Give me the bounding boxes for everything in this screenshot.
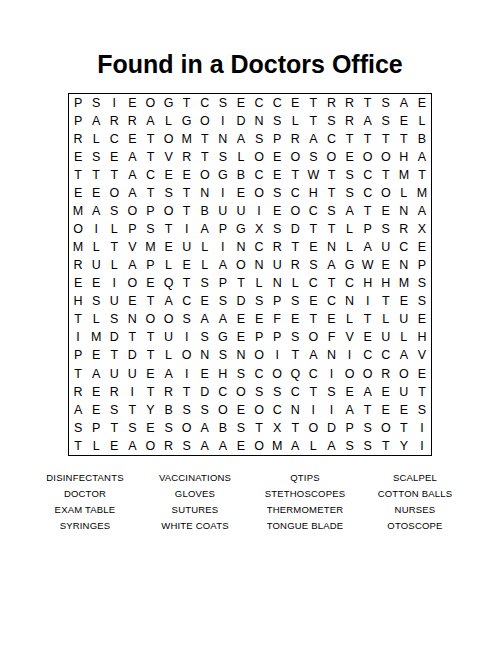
grid-cell-r18c11[interactable]: O <box>250 401 268 419</box>
grid-cell-r16c2[interactable]: A <box>87 365 105 383</box>
grid-cell-r14c2[interactable]: M <box>87 329 105 347</box>
grid-cell-r6c13[interactable]: C <box>286 184 304 202</box>
grid-cell-r19c15[interactable]: D <box>322 419 340 437</box>
grid-cell-r4c10[interactable]: L <box>232 148 250 166</box>
grid-cell-r3c16[interactable]: T <box>341 130 359 148</box>
grid-cell-r15c9[interactable]: S <box>214 347 232 365</box>
grid-cell-r2c12[interactable]: S <box>268 112 286 130</box>
grid-cell-r7c19[interactable]: N <box>395 202 413 220</box>
grid-cell-r10c11[interactable]: N <box>250 256 268 274</box>
grid-cell-r18c2[interactable]: E <box>87 401 105 419</box>
grid-cell-r12c15[interactable]: C <box>322 293 340 311</box>
grid-cell-r11c9[interactable]: P <box>214 274 232 292</box>
grid-cell-r2c18[interactable]: S <box>377 112 395 130</box>
grid-cell-r14c7[interactable]: I <box>178 329 196 347</box>
grid-cell-r16c8[interactable]: E <box>196 365 214 383</box>
grid-cell-r17c20[interactable]: T <box>413 383 431 401</box>
grid-cell-r13c2[interactable]: L <box>87 311 105 329</box>
grid-cell-r5c16[interactable]: S <box>341 166 359 184</box>
grid-cell-r17c8[interactable]: D <box>196 383 214 401</box>
grid-cell-r15c3[interactable]: T <box>105 347 123 365</box>
grid-cell-r15c17[interactable]: C <box>359 347 377 365</box>
grid-cell-r18c10[interactable]: E <box>232 401 250 419</box>
grid-cell-r3c11[interactable]: S <box>250 130 268 148</box>
grid-cell-r4c1[interactable]: E <box>69 148 87 166</box>
grid-cell-r20c15[interactable]: A <box>322 437 340 455</box>
grid-cell-r13c11[interactable]: E <box>250 311 268 329</box>
grid-cell-r12c7[interactable]: C <box>178 293 196 311</box>
grid-cell-r20c4[interactable]: A <box>123 437 141 455</box>
grid-cell-r7c2[interactable]: A <box>87 202 105 220</box>
grid-cell-r8c6[interactable]: T <box>160 220 178 238</box>
grid-cell-r12c5[interactable]: T <box>141 293 159 311</box>
grid-cell-r13c19[interactable]: U <box>395 311 413 329</box>
grid-cell-r9c7[interactable]: U <box>178 238 196 256</box>
grid-cell-r9c2[interactable]: L <box>87 238 105 256</box>
grid-cell-r8c13[interactable]: D <box>286 220 304 238</box>
grid-cell-r2c19[interactable]: E <box>395 112 413 130</box>
grid-cell-r7c16[interactable]: A <box>341 202 359 220</box>
grid-cell-r11c16[interactable]: C <box>341 274 359 292</box>
grid-cell-r4c11[interactable]: O <box>250 148 268 166</box>
grid-cell-r2c16[interactable]: R <box>341 112 359 130</box>
grid-cell-r15c16[interactable]: I <box>341 347 359 365</box>
grid-cell-r16c19[interactable]: O <box>395 365 413 383</box>
grid-cell-r18c18[interactable]: E <box>377 401 395 419</box>
grid-cell-r20c6[interactable]: R <box>160 437 178 455</box>
grid-cell-r10c8[interactable]: L <box>196 256 214 274</box>
grid-cell-r18c6[interactable]: B <box>160 401 178 419</box>
grid-cell-r18c20[interactable]: S <box>413 401 431 419</box>
grid-cell-r18c1[interactable]: A <box>69 401 87 419</box>
grid-cell-r15c5[interactable]: T <box>141 347 159 365</box>
grid-cell-r16c5[interactable]: E <box>141 365 159 383</box>
grid-cell-r20c10[interactable]: E <box>232 437 250 455</box>
grid-cell-r19c16[interactable]: P <box>341 419 359 437</box>
grid-cell-r14c1[interactable]: I <box>69 329 87 347</box>
grid-cell-r4c19[interactable]: H <box>395 148 413 166</box>
grid-cell-r16c11[interactable]: C <box>250 365 268 383</box>
grid-cell-r6c9[interactable]: I <box>214 184 232 202</box>
grid-cell-r2c4[interactable]: R <box>123 112 141 130</box>
grid-cell-r9c13[interactable]: T <box>286 238 304 256</box>
grid-cell-r17c4[interactable]: I <box>123 383 141 401</box>
grid-cell-r10c19[interactable]: N <box>395 256 413 274</box>
grid-cell-r13c20[interactable]: E <box>413 311 431 329</box>
grid-cell-r11c10[interactable]: T <box>232 274 250 292</box>
grid-cell-r6c20[interactable]: M <box>413 184 431 202</box>
grid-cell-r3c2[interactable]: L <box>87 130 105 148</box>
grid-cell-r8c17[interactable]: P <box>359 220 377 238</box>
grid-cell-r16c6[interactable]: A <box>160 365 178 383</box>
grid-cell-r19c9[interactable]: B <box>214 419 232 437</box>
grid-cell-r20c16[interactable]: S <box>341 437 359 455</box>
grid-cell-r20c18[interactable]: T <box>377 437 395 455</box>
grid-cell-r19c1[interactable]: S <box>69 419 87 437</box>
grid-cell-r15c2[interactable]: E <box>87 347 105 365</box>
grid-cell-r8c10[interactable]: G <box>232 220 250 238</box>
grid-cell-r5c4[interactable]: A <box>123 166 141 184</box>
grid-cell-r5c12[interactable]: E <box>268 166 286 184</box>
grid-cell-r17c3[interactable]: R <box>105 383 123 401</box>
grid-cell-r2c11[interactable]: N <box>250 112 268 130</box>
grid-cell-r7c15[interactable]: S <box>322 202 340 220</box>
grid-cell-r12c12[interactable]: P <box>268 293 286 311</box>
grid-cell-r10c3[interactable]: L <box>105 256 123 274</box>
grid-cell-r13c16[interactable]: L <box>341 311 359 329</box>
grid-cell-r9c11[interactable]: C <box>250 238 268 256</box>
grid-cell-r7c11[interactable]: I <box>250 202 268 220</box>
grid-cell-r1c15[interactable]: R <box>322 94 340 112</box>
grid-cell-r12c8[interactable]: E <box>196 293 214 311</box>
grid-cell-r4c20[interactable]: A <box>413 148 431 166</box>
grid-cell-r17c12[interactable]: S <box>268 383 286 401</box>
grid-cell-r9c8[interactable]: L <box>196 238 214 256</box>
grid-cell-r20c7[interactable]: S <box>178 437 196 455</box>
grid-cell-r7c6[interactable]: O <box>160 202 178 220</box>
grid-cell-r2c7[interactable]: G <box>178 112 196 130</box>
grid-cell-r6c14[interactable]: H <box>304 184 322 202</box>
grid-cell-r9c6[interactable]: E <box>160 238 178 256</box>
grid-cell-r12c11[interactable]: S <box>250 293 268 311</box>
grid-cell-r4c14[interactable]: S <box>304 148 322 166</box>
grid-cell-r3c4[interactable]: E <box>123 130 141 148</box>
grid-cell-r11c14[interactable]: C <box>304 274 322 292</box>
grid-cell-r18c8[interactable]: S <box>196 401 214 419</box>
grid-cell-r4c8[interactable]: T <box>196 148 214 166</box>
grid-cell-r19c7[interactable]: O <box>178 419 196 437</box>
grid-cell-r17c18[interactable]: E <box>377 383 395 401</box>
grid-cell-r8c2[interactable]: I <box>87 220 105 238</box>
grid-cell-r2c8[interactable]: O <box>196 112 214 130</box>
grid-cell-r14c8[interactable]: S <box>196 329 214 347</box>
grid-cell-r8c19[interactable]: R <box>395 220 413 238</box>
grid-cell-r13c13[interactable]: E <box>286 311 304 329</box>
grid-cell-r8c20[interactable]: X <box>413 220 431 238</box>
grid-cell-r12c17[interactable]: I <box>359 293 377 311</box>
grid-cell-r13c12[interactable]: F <box>268 311 286 329</box>
grid-cell-r7c1[interactable]: M <box>69 202 87 220</box>
grid-cell-r2c5[interactable]: A <box>141 112 159 130</box>
grid-cell-r20c11[interactable]: O <box>250 437 268 455</box>
grid-cell-r16c7[interactable]: I <box>178 365 196 383</box>
grid-cell-r13c8[interactable]: A <box>196 311 214 329</box>
grid-cell-r19c11[interactable]: T <box>250 419 268 437</box>
grid-cell-r10c6[interactable]: L <box>160 256 178 274</box>
grid-cell-r13c18[interactable]: L <box>377 311 395 329</box>
grid-cell-r3c13[interactable]: R <box>286 130 304 148</box>
grid-cell-r4c18[interactable]: O <box>377 148 395 166</box>
grid-cell-r16c9[interactable]: H <box>214 365 232 383</box>
grid-cell-r5c3[interactable]: T <box>105 166 123 184</box>
grid-cell-r15c10[interactable]: N <box>232 347 250 365</box>
grid-cell-r1c12[interactable]: C <box>268 94 286 112</box>
grid-cell-r3c9[interactable]: N <box>214 130 232 148</box>
grid-cell-r7c7[interactable]: T <box>178 202 196 220</box>
grid-cell-r3c1[interactable]: R <box>69 130 87 148</box>
grid-cell-r14c18[interactable]: U <box>377 329 395 347</box>
grid-cell-r4c4[interactable]: A <box>123 148 141 166</box>
grid-cell-r1c19[interactable]: A <box>395 94 413 112</box>
grid-cell-r19c6[interactable]: S <box>160 419 178 437</box>
grid-cell-r9c17[interactable]: A <box>359 238 377 256</box>
grid-cell-r16c18[interactable]: R <box>377 365 395 383</box>
grid-cell-r11c13[interactable]: L <box>286 274 304 292</box>
grid-cell-r17c19[interactable]: U <box>395 383 413 401</box>
grid-cell-r1c10[interactable]: E <box>232 94 250 112</box>
grid-cell-r7c20[interactable]: A <box>413 202 431 220</box>
grid-cell-r19c14[interactable]: O <box>304 419 322 437</box>
grid-cell-r14c11[interactable]: P <box>250 329 268 347</box>
grid-cell-r10c1[interactable]: R <box>69 256 87 274</box>
grid-cell-r9c10[interactable]: N <box>232 238 250 256</box>
grid-cell-r12c14[interactable]: E <box>304 293 322 311</box>
grid-cell-r16c20[interactable]: E <box>413 365 431 383</box>
grid-cell-r4c3[interactable]: E <box>105 148 123 166</box>
grid-cell-r8c15[interactable]: T <box>322 220 340 238</box>
grid-cell-r13c17[interactable]: T <box>359 311 377 329</box>
grid-cell-r19c12[interactable]: X <box>268 419 286 437</box>
grid-cell-r9c5[interactable]: M <box>141 238 159 256</box>
grid-cell-r8c16[interactable]: L <box>341 220 359 238</box>
grid-cell-r14c15[interactable]: F <box>322 329 340 347</box>
grid-cell-r17c11[interactable]: S <box>250 383 268 401</box>
grid-cell-r11c5[interactable]: E <box>141 274 159 292</box>
grid-cell-r19c5[interactable]: E <box>141 419 159 437</box>
grid-cell-r6c17[interactable]: C <box>359 184 377 202</box>
grid-cell-r2c17[interactable]: A <box>359 112 377 130</box>
grid-cell-r3c15[interactable]: C <box>322 130 340 148</box>
grid-cell-r13c1[interactable]: T <box>69 311 87 329</box>
grid-cell-r1c17[interactable]: T <box>359 94 377 112</box>
grid-cell-r8c3[interactable]: L <box>105 220 123 238</box>
grid-cell-r12c20[interactable]: S <box>413 293 431 311</box>
grid-cell-r8c18[interactable]: S <box>377 220 395 238</box>
grid-cell-r7c18[interactable]: E <box>377 202 395 220</box>
grid-cell-r16c4[interactable]: U <box>123 365 141 383</box>
grid-cell-r8c1[interactable]: O <box>69 220 87 238</box>
grid-cell-r15c13[interactable]: T <box>286 347 304 365</box>
grid-cell-r3c20[interactable]: B <box>413 130 431 148</box>
grid-cell-r10c2[interactable]: U <box>87 256 105 274</box>
grid-cell-r1c5[interactable]: O <box>141 94 159 112</box>
grid-cell-r12c9[interactable]: S <box>214 293 232 311</box>
grid-cell-r10c13[interactable]: R <box>286 256 304 274</box>
grid-cell-r7c5[interactable]: P <box>141 202 159 220</box>
grid-cell-r5c2[interactable]: T <box>87 166 105 184</box>
grid-cell-r11c19[interactable]: M <box>395 274 413 292</box>
grid-cell-r15c8[interactable]: N <box>196 347 214 365</box>
grid-cell-r5c20[interactable]: T <box>413 166 431 184</box>
grid-cell-r15c20[interactable]: V <box>413 347 431 365</box>
grid-cell-r17c17[interactable]: A <box>359 383 377 401</box>
grid-cell-r3c17[interactable]: T <box>359 130 377 148</box>
grid-cell-r4c2[interactable]: S <box>87 148 105 166</box>
grid-cell-r1c16[interactable]: R <box>341 94 359 112</box>
grid-cell-r18c15[interactable]: I <box>322 401 340 419</box>
grid-cell-r16c14[interactable]: C <box>304 365 322 383</box>
grid-cell-r4c6[interactable]: V <box>160 148 178 166</box>
grid-cell-r1c4[interactable]: E <box>123 94 141 112</box>
grid-cell-r1c9[interactable]: S <box>214 94 232 112</box>
grid-cell-r10c12[interactable]: U <box>268 256 286 274</box>
grid-cell-r11c8[interactable]: S <box>196 274 214 292</box>
grid-cell-r19c2[interactable]: P <box>87 419 105 437</box>
grid-cell-r12c19[interactable]: E <box>395 293 413 311</box>
grid-cell-r6c4[interactable]: A <box>123 184 141 202</box>
grid-cell-r6c19[interactable]: L <box>395 184 413 202</box>
grid-cell-r12c1[interactable]: H <box>69 293 87 311</box>
grid-cell-r1c1[interactable]: P <box>69 94 87 112</box>
grid-cell-r15c4[interactable]: D <box>123 347 141 365</box>
grid-cell-r20c9[interactable]: A <box>214 437 232 455</box>
grid-cell-r15c7[interactable]: O <box>178 347 196 365</box>
grid-cell-r14c4[interactable]: T <box>123 329 141 347</box>
grid-cell-r20c19[interactable]: Y <box>395 437 413 455</box>
grid-cell-r17c1[interactable]: R <box>69 383 87 401</box>
grid-cell-r17c10[interactable]: O <box>232 383 250 401</box>
grid-cell-r4c13[interactable]: O <box>286 148 304 166</box>
grid-cell-r10c14[interactable]: S <box>304 256 322 274</box>
grid-cell-r16c13[interactable]: Q <box>286 365 304 383</box>
grid-cell-r11c3[interactable]: I <box>105 274 123 292</box>
grid-cell-r10c17[interactable]: W <box>359 256 377 274</box>
grid-cell-r3c3[interactable]: C <box>105 130 123 148</box>
grid-cell-r13c6[interactable]: O <box>160 311 178 329</box>
grid-cell-r15c1[interactable]: P <box>69 347 87 365</box>
grid-cell-r12c16[interactable]: N <box>341 293 359 311</box>
grid-cell-r20c5[interactable]: O <box>141 437 159 455</box>
grid-cell-r11c20[interactable]: S <box>413 274 431 292</box>
grid-cell-r5c11[interactable]: C <box>250 166 268 184</box>
grid-cell-r16c3[interactable]: U <box>105 365 123 383</box>
grid-cell-r6c12[interactable]: S <box>268 184 286 202</box>
grid-cell-r2c6[interactable]: L <box>160 112 178 130</box>
grid-cell-r19c3[interactable]: T <box>105 419 123 437</box>
grid-cell-r1c20[interactable]: E <box>413 94 431 112</box>
grid-cell-r18c14[interactable]: I <box>304 401 322 419</box>
grid-cell-r12c10[interactable]: D <box>232 293 250 311</box>
grid-cell-r10c4[interactable]: A <box>123 256 141 274</box>
grid-cell-r2c15[interactable]: S <box>322 112 340 130</box>
grid-cell-r9c19[interactable]: C <box>395 238 413 256</box>
grid-cell-r16c17[interactable]: O <box>359 365 377 383</box>
grid-cell-r1c3[interactable]: I <box>105 94 123 112</box>
grid-cell-r6c1[interactable]: E <box>69 184 87 202</box>
grid-cell-r2c9[interactable]: I <box>214 112 232 130</box>
grid-cell-r13c3[interactable]: S <box>105 311 123 329</box>
grid-cell-r11c6[interactable]: Q <box>160 274 178 292</box>
grid-cell-r4c15[interactable]: O <box>322 148 340 166</box>
grid-cell-r6c3[interactable]: O <box>105 184 123 202</box>
grid-cell-r2c1[interactable]: P <box>69 112 87 130</box>
grid-cell-r18c4[interactable]: T <box>123 401 141 419</box>
grid-cell-r3c7[interactable]: M <box>178 130 196 148</box>
grid-cell-r18c5[interactable]: Y <box>141 401 159 419</box>
grid-cell-r10c15[interactable]: A <box>322 256 340 274</box>
grid-cell-r7c12[interactable]: E <box>268 202 286 220</box>
grid-cell-r11c18[interactable]: H <box>377 274 395 292</box>
grid-cell-r10c5[interactable]: P <box>141 256 159 274</box>
grid-cell-r15c12[interactable]: I <box>268 347 286 365</box>
grid-cell-r4c16[interactable]: E <box>341 148 359 166</box>
grid-cell-r15c19[interactable]: A <box>395 347 413 365</box>
grid-cell-r9c3[interactable]: T <box>105 238 123 256</box>
grid-cell-r1c2[interactable]: S <box>87 94 105 112</box>
grid-cell-r13c5[interactable]: O <box>141 311 159 329</box>
grid-cell-r14c5[interactable]: T <box>141 329 159 347</box>
grid-cell-r20c17[interactable]: S <box>359 437 377 455</box>
grid-cell-r16c15[interactable]: I <box>322 365 340 383</box>
grid-cell-r6c7[interactable]: T <box>178 184 196 202</box>
grid-cell-r9c15[interactable]: N <box>322 238 340 256</box>
grid-cell-r1c13[interactable]: E <box>286 94 304 112</box>
grid-cell-r20c3[interactable]: E <box>105 437 123 455</box>
grid-cell-r18c7[interactable]: S <box>178 401 196 419</box>
grid-cell-r12c6[interactable]: A <box>160 293 178 311</box>
grid-cell-r5c8[interactable]: O <box>196 166 214 184</box>
grid-cell-r18c3[interactable]: S <box>105 401 123 419</box>
grid-cell-r15c15[interactable]: N <box>322 347 340 365</box>
grid-cell-r9c16[interactable]: L <box>341 238 359 256</box>
grid-cell-r9c20[interactable]: E <box>413 238 431 256</box>
grid-cell-r1c14[interactable]: T <box>304 94 322 112</box>
grid-cell-r7c14[interactable]: C <box>304 202 322 220</box>
grid-cell-r12c13[interactable]: S <box>286 293 304 311</box>
grid-cell-r17c6[interactable]: R <box>160 383 178 401</box>
grid-cell-r17c13[interactable]: C <box>286 383 304 401</box>
grid-cell-r12c3[interactable]: U <box>105 293 123 311</box>
grid-cell-r16c1[interactable]: T <box>69 365 87 383</box>
grid-cell-r1c7[interactable]: T <box>178 94 196 112</box>
grid-cell-r12c18[interactable]: T <box>377 293 395 311</box>
grid-cell-r3c12[interactable]: P <box>268 130 286 148</box>
grid-cell-r18c19[interactable]: E <box>395 401 413 419</box>
grid-cell-r11c2[interactable]: E <box>87 274 105 292</box>
grid-cell-r7c17[interactable]: T <box>359 202 377 220</box>
grid-cell-r14c16[interactable]: V <box>341 329 359 347</box>
grid-cell-r8c7[interactable]: I <box>178 220 196 238</box>
grid-cell-r3c8[interactable]: T <box>196 130 214 148</box>
grid-cell-r8c5[interactable]: S <box>141 220 159 238</box>
grid-cell-r20c13[interactable]: A <box>286 437 304 455</box>
grid-cell-r14c14[interactable]: O <box>304 329 322 347</box>
grid-cell-r7c3[interactable]: S <box>105 202 123 220</box>
grid-cell-r5c14[interactable]: W <box>304 166 322 184</box>
grid-cell-r6c10[interactable]: E <box>232 184 250 202</box>
grid-cell-r5c5[interactable]: C <box>141 166 159 184</box>
grid-cell-r13c10[interactable]: E <box>232 311 250 329</box>
grid-cell-r3c19[interactable]: T <box>395 130 413 148</box>
grid-cell-r6c8[interactable]: N <box>196 184 214 202</box>
grid-cell-r15c6[interactable]: L <box>160 347 178 365</box>
grid-cell-r9c9[interactable]: I <box>214 238 232 256</box>
grid-cell-r14c17[interactable]: E <box>359 329 377 347</box>
grid-cell-r3c5[interactable]: T <box>141 130 159 148</box>
grid-cell-r18c13[interactable]: N <box>286 401 304 419</box>
grid-cell-r1c8[interactable]: C <box>196 94 214 112</box>
grid-cell-r1c11[interactable]: C <box>250 94 268 112</box>
grid-cell-r1c18[interactable]: S <box>377 94 395 112</box>
grid-cell-r18c12[interactable]: C <box>268 401 286 419</box>
grid-cell-r2c14[interactable]: T <box>304 112 322 130</box>
grid-cell-r2c10[interactable]: D <box>232 112 250 130</box>
grid-cell-r19c17[interactable]: S <box>359 419 377 437</box>
grid-cell-r17c2[interactable]: E <box>87 383 105 401</box>
grid-cell-r10c9[interactable]: A <box>214 256 232 274</box>
grid-cell-r11c4[interactable]: O <box>123 274 141 292</box>
grid-cell-r17c16[interactable]: E <box>341 383 359 401</box>
